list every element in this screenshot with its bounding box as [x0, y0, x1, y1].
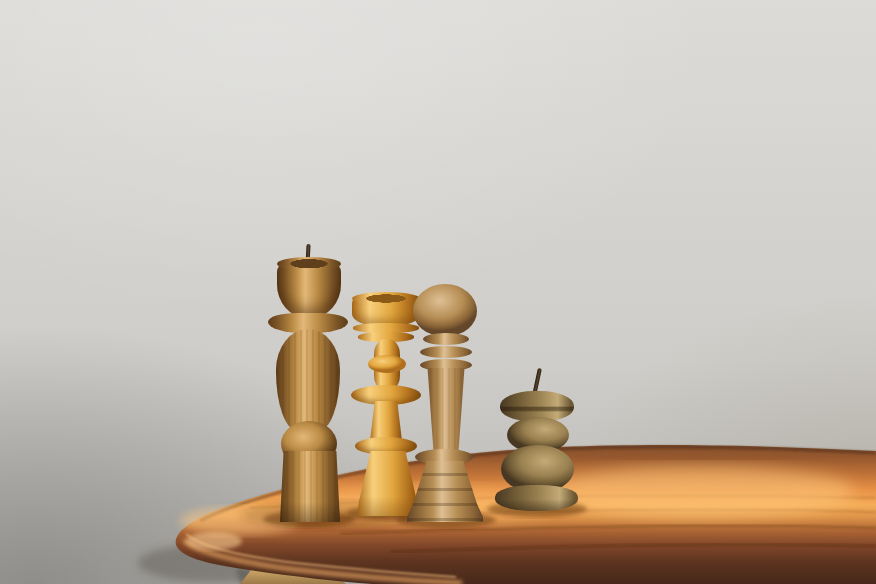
- corner-highlight: [186, 532, 242, 550]
- contact-shadow: [487, 501, 587, 517]
- sun-glare-band: [545, 466, 855, 518]
- sun-fleck: [523, 492, 543, 502]
- contact-shadow: [396, 512, 496, 528]
- table-layer: [0, 0, 876, 584]
- contact-shadow: [263, 511, 355, 527]
- photo-scene: [0, 0, 876, 584]
